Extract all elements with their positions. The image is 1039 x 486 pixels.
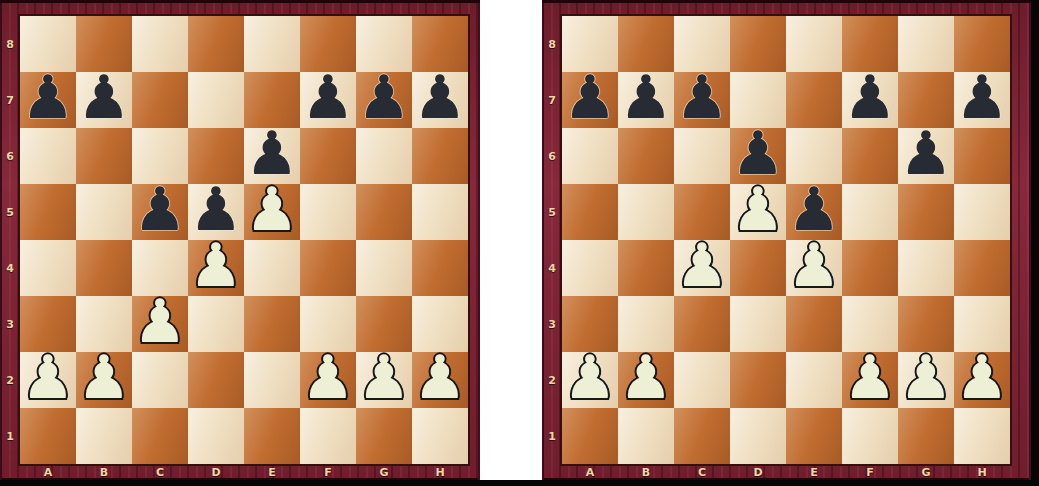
- white-pawn: ♟: [357, 347, 411, 407]
- square-h7[interactable]: ♟: [954, 72, 1010, 128]
- chess-board-right: 87654321 ♟♟♟♟♟♟♟♟♟♟♟♟♟♟♟♟ ABCDEFGH: [542, 0, 1031, 481]
- rank-label-8: 8: [542, 16, 562, 72]
- square-f1[interactable]: [842, 408, 898, 464]
- black-pawn: ♟: [21, 67, 75, 127]
- rank-label-6: 6: [542, 128, 562, 184]
- board-grid: ♟♟♟♟♟♟♟♟♟♟♟♟♟♟♟♟: [562, 16, 1010, 464]
- file-labels: ABCDEFGH: [20, 464, 468, 481]
- square-c3[interactable]: [674, 296, 730, 352]
- rank-labels: 87654321: [542, 16, 562, 464]
- file-label-e: E: [244, 464, 300, 481]
- square-d8[interactable]: [730, 16, 786, 72]
- rank-label-3: 3: [542, 296, 562, 352]
- file-label-e: E: [786, 464, 842, 481]
- black-pawn: ♟: [563, 67, 617, 127]
- square-e7[interactable]: [786, 72, 842, 128]
- square-c3[interactable]: ♟: [132, 296, 188, 352]
- rank-label-5: 5: [0, 184, 20, 240]
- square-a5[interactable]: [562, 184, 618, 240]
- file-labels: ABCDEFGH: [562, 464, 1010, 481]
- rank-labels: 87654321: [0, 16, 20, 464]
- square-c7[interactable]: [132, 72, 188, 128]
- black-pawn: ♟: [843, 67, 897, 127]
- square-b2[interactable]: ♟: [618, 352, 674, 408]
- screen-edge-bottom-bar: [0, 480, 1039, 486]
- rank-label-5: 5: [542, 184, 562, 240]
- white-pawn: ♟: [301, 347, 355, 407]
- square-e5[interactable]: ♟: [244, 184, 300, 240]
- black-pawn: ♟: [133, 179, 187, 239]
- square-c6[interactable]: [674, 128, 730, 184]
- square-g5[interactable]: [356, 184, 412, 240]
- square-c5[interactable]: ♟: [132, 184, 188, 240]
- square-d4[interactable]: [730, 240, 786, 296]
- square-a2[interactable]: ♟: [20, 352, 76, 408]
- square-d3[interactable]: [188, 296, 244, 352]
- square-b4[interactable]: [618, 240, 674, 296]
- square-c8[interactable]: [132, 16, 188, 72]
- square-d8[interactable]: [188, 16, 244, 72]
- square-a4[interactable]: [562, 240, 618, 296]
- square-g2[interactable]: ♟: [356, 352, 412, 408]
- square-f7[interactable]: ♟: [842, 72, 898, 128]
- square-b4[interactable]: [76, 240, 132, 296]
- file-label-d: D: [188, 464, 244, 481]
- white-pawn: ♟: [731, 179, 785, 239]
- white-pawn: ♟: [189, 235, 243, 295]
- square-e3[interactable]: [786, 296, 842, 352]
- square-b7[interactable]: ♟: [618, 72, 674, 128]
- square-b1[interactable]: [76, 408, 132, 464]
- black-pawn: ♟: [899, 123, 953, 183]
- file-label-c: C: [674, 464, 730, 481]
- square-c4[interactable]: ♟: [674, 240, 730, 296]
- square-e8[interactable]: [786, 16, 842, 72]
- file-label-f: F: [842, 464, 898, 481]
- square-d7[interactable]: [188, 72, 244, 128]
- square-h6[interactable]: [954, 128, 1010, 184]
- white-pawn: ♟: [899, 347, 953, 407]
- square-e2[interactable]: [244, 352, 300, 408]
- file-label-g: G: [356, 464, 412, 481]
- square-f5[interactable]: [842, 184, 898, 240]
- square-a6[interactable]: [562, 128, 618, 184]
- square-b6[interactable]: [618, 128, 674, 184]
- file-label-b: B: [618, 464, 674, 481]
- black-pawn: ♟: [357, 67, 411, 127]
- square-g6[interactable]: [356, 128, 412, 184]
- square-a5[interactable]: [20, 184, 76, 240]
- square-g1[interactable]: [356, 408, 412, 464]
- white-pawn: ♟: [21, 347, 75, 407]
- square-e2[interactable]: [786, 352, 842, 408]
- white-pawn: ♟: [787, 235, 841, 295]
- white-pawn: ♟: [619, 347, 673, 407]
- black-pawn: ♟: [413, 67, 467, 127]
- square-d2[interactable]: [730, 352, 786, 408]
- square-h2[interactable]: ♟: [412, 352, 468, 408]
- square-h6[interactable]: [412, 128, 468, 184]
- square-f2[interactable]: ♟: [300, 352, 356, 408]
- white-pawn: ♟: [563, 347, 617, 407]
- square-g4[interactable]: [898, 240, 954, 296]
- file-label-b: B: [76, 464, 132, 481]
- file-label-h: H: [412, 464, 468, 481]
- file-label-c: C: [132, 464, 188, 481]
- square-h1[interactable]: [954, 408, 1010, 464]
- square-b6[interactable]: [76, 128, 132, 184]
- rank-label-2: 2: [0, 352, 20, 408]
- square-e8[interactable]: [244, 16, 300, 72]
- square-a4[interactable]: [20, 240, 76, 296]
- rank-label-1: 1: [542, 408, 562, 464]
- square-h5[interactable]: [954, 184, 1010, 240]
- file-label-d: D: [730, 464, 786, 481]
- square-b5[interactable]: [618, 184, 674, 240]
- white-pawn: ♟: [955, 347, 1009, 407]
- rank-label-4: 4: [542, 240, 562, 296]
- square-a1[interactable]: [20, 408, 76, 464]
- square-f2[interactable]: ♟: [842, 352, 898, 408]
- square-h4[interactable]: [954, 240, 1010, 296]
- black-pawn: ♟: [955, 67, 1009, 127]
- square-c2[interactable]: [132, 352, 188, 408]
- square-d1[interactable]: [730, 408, 786, 464]
- square-g4[interactable]: [356, 240, 412, 296]
- square-b1[interactable]: [618, 408, 674, 464]
- board-grid: ♟♟♟♟♟♟♟♟♟♟♟♟♟♟♟♟: [20, 16, 468, 464]
- file-label-a: A: [20, 464, 76, 481]
- square-f4[interactable]: [300, 240, 356, 296]
- square-f5[interactable]: [300, 184, 356, 240]
- square-h2[interactable]: ♟: [954, 352, 1010, 408]
- square-g7[interactable]: ♟: [356, 72, 412, 128]
- black-pawn: ♟: [301, 67, 355, 127]
- black-pawn: ♟: [675, 67, 729, 127]
- file-label-g: G: [898, 464, 954, 481]
- square-c1[interactable]: [132, 408, 188, 464]
- square-f6[interactable]: [300, 128, 356, 184]
- square-d1[interactable]: [188, 408, 244, 464]
- rank-label-7: 7: [542, 72, 562, 128]
- square-e3[interactable]: [244, 296, 300, 352]
- square-d3[interactable]: [730, 296, 786, 352]
- rank-label-7: 7: [0, 72, 20, 128]
- square-h5[interactable]: [412, 184, 468, 240]
- square-e1[interactable]: [786, 408, 842, 464]
- white-pawn: ♟: [133, 291, 187, 351]
- black-pawn: ♟: [77, 67, 131, 127]
- rank-label-8: 8: [0, 16, 20, 72]
- square-g6[interactable]: ♟: [898, 128, 954, 184]
- file-label-h: H: [954, 464, 1010, 481]
- white-pawn: ♟: [675, 235, 729, 295]
- square-g2[interactable]: ♟: [898, 352, 954, 408]
- square-g8[interactable]: [898, 16, 954, 72]
- square-f4[interactable]: [842, 240, 898, 296]
- black-pawn: ♟: [619, 67, 673, 127]
- square-e4[interactable]: [244, 240, 300, 296]
- square-d2[interactable]: [188, 352, 244, 408]
- square-f7[interactable]: ♟: [300, 72, 356, 128]
- square-h4[interactable]: [412, 240, 468, 296]
- square-a7[interactable]: ♟: [562, 72, 618, 128]
- screen-edge-right-bar: [1031, 0, 1039, 486]
- square-h1[interactable]: [412, 408, 468, 464]
- square-f6[interactable]: [842, 128, 898, 184]
- square-e1[interactable]: [244, 408, 300, 464]
- square-c2[interactable]: [674, 352, 730, 408]
- white-pawn: ♟: [245, 179, 299, 239]
- square-b2[interactable]: ♟: [76, 352, 132, 408]
- square-e4[interactable]: ♟: [786, 240, 842, 296]
- square-d4[interactable]: ♟: [188, 240, 244, 296]
- rank-label-1: 1: [0, 408, 20, 464]
- rank-label-4: 4: [0, 240, 20, 296]
- white-pawn: ♟: [413, 347, 467, 407]
- chess-board-left: 87654321 ♟♟♟♟♟♟♟♟♟♟♟♟♟♟♟♟ ABCDEFGH: [0, 0, 480, 481]
- square-d5[interactable]: ♟: [730, 184, 786, 240]
- square-a6[interactable]: [20, 128, 76, 184]
- white-pawn: ♟: [77, 347, 131, 407]
- square-c7[interactable]: ♟: [674, 72, 730, 128]
- square-b7[interactable]: ♟: [76, 72, 132, 128]
- rank-label-3: 3: [0, 296, 20, 352]
- file-label-f: F: [300, 464, 356, 481]
- square-b5[interactable]: [76, 184, 132, 240]
- square-a2[interactable]: ♟: [562, 352, 618, 408]
- square-a7[interactable]: ♟: [20, 72, 76, 128]
- square-a1[interactable]: [562, 408, 618, 464]
- square-g1[interactable]: [898, 408, 954, 464]
- file-label-a: A: [562, 464, 618, 481]
- rank-label-6: 6: [0, 128, 20, 184]
- white-pawn: ♟: [843, 347, 897, 407]
- square-c1[interactable]: [674, 408, 730, 464]
- square-f1[interactable]: [300, 408, 356, 464]
- square-g5[interactable]: [898, 184, 954, 240]
- rank-label-2: 2: [542, 352, 562, 408]
- square-h7[interactable]: ♟: [412, 72, 468, 128]
